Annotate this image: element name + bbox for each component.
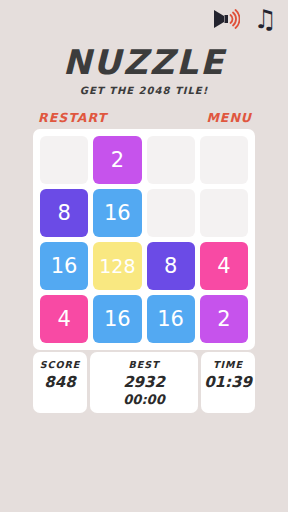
music-note-icon: ♫ [253,6,276,32]
tile-16: 16 [40,242,88,290]
game-subtitle: GET THE 2048 TILE! [0,85,288,96]
tile-8: 8 [40,189,88,237]
tile-128: 128 [93,242,141,290]
speaker-icon [214,8,240,30]
tile-16: 16 [147,295,195,343]
empty-cell [147,189,195,237]
tile-16: 16 [93,295,141,343]
time-label: TIME [213,359,243,370]
empty-cell [40,136,88,184]
score-card: SCORE 848 [33,352,87,413]
stats-panel: SCORE 848 BEST 2932 00:00 TIME 01:39 [33,352,255,413]
board[interactable]: 28161612884416162 [33,129,255,350]
best-time-value: 00:00 [123,392,164,407]
tile-16: 16 [93,189,141,237]
best-label: BEST [128,359,159,370]
sound-toggle-button[interactable] [212,4,242,34]
restart-button[interactable]: RESTART [38,110,107,125]
game-title: NUZZLE [0,42,288,82]
empty-cell [200,189,248,237]
time-value: 01:39 [204,373,252,391]
tile-4: 4 [40,295,88,343]
menu-button[interactable]: MENU [206,110,252,125]
music-toggle-button[interactable]: ♫ [250,4,280,34]
score-label: SCORE [40,359,81,370]
top-icon-bar: ♫ [212,4,280,34]
tile-8: 8 [147,242,195,290]
time-card: TIME 01:39 [201,352,255,413]
best-score-value: 2932 [123,373,165,391]
tile-2: 2 [200,295,248,343]
tile-4: 4 [200,242,248,290]
score-value: 848 [44,373,75,391]
tile-2: 2 [93,136,141,184]
empty-cell [147,136,195,184]
empty-cell [200,136,248,184]
best-card: BEST 2932 00:00 [90,352,198,413]
